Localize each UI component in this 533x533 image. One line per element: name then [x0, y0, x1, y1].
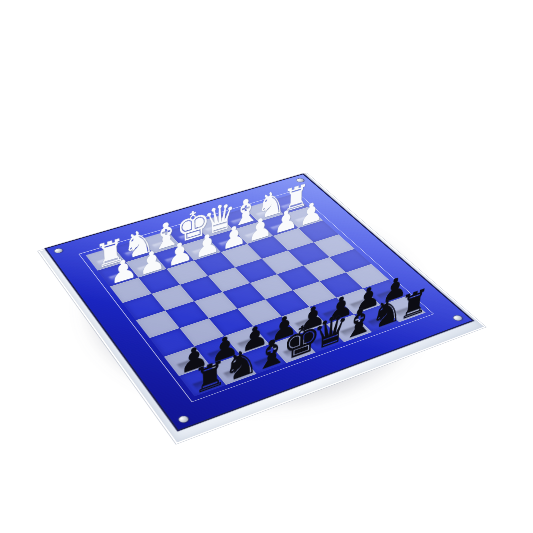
white-pawn-icon: ♟ — [299, 198, 324, 228]
piece-white-pawn-h2[interactable]: ♟ — [106, 236, 138, 286]
white-pawn-icon: ♟ — [247, 213, 273, 244]
white-pawn-icon: ♟ — [221, 221, 247, 252]
corner-screw-east — [452, 315, 464, 322]
white-pawn-icon: ♟ — [108, 254, 138, 286]
white-pawn-icon: ♟ — [137, 246, 166, 278]
chess-board: ♜♞♝♛♚♝♞♜♟♟♟♟♟♟♟♟♟♟♟♟♟♟♟♟♜♞♝♛♚♝♞♜ — [46, 174, 471, 429]
corner-screw-south — [177, 415, 189, 423]
board-top-sheet: ♜♞♝♛♚♝♞♜♟♟♟♟♟♟♟♟♟♟♟♟♟♟♟♟♜♞♝♛♚♝♞♜ — [46, 174, 471, 429]
corner-screw-far — [53, 248, 63, 254]
white-pawn-icon: ♟ — [273, 205, 298, 235]
product-photo-scene: ♜♞♝♛♚♝♞♜♟♟♟♟♟♟♟♟♟♟♟♟♟♟♟♟♜♞♝♛♚♝♞♜ — [0, 0, 533, 533]
